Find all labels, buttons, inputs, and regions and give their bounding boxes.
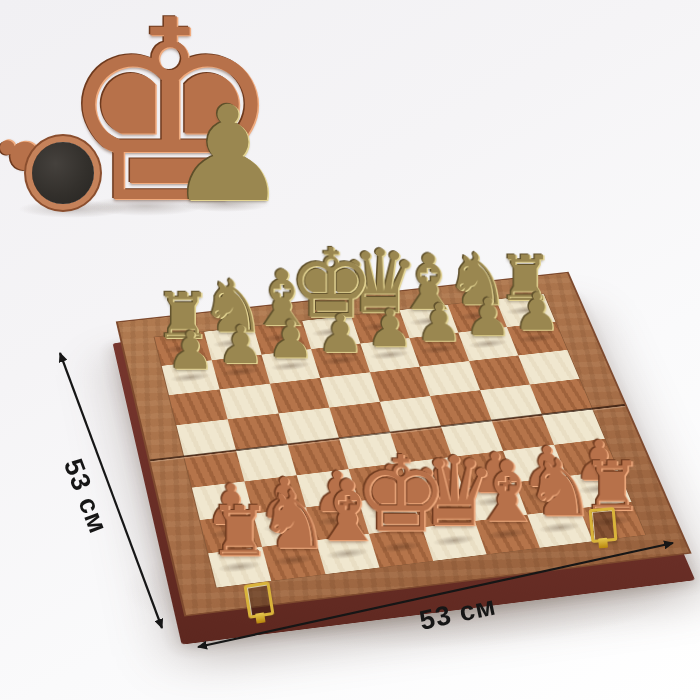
piece-brass-pawn: ♟ <box>465 292 512 344</box>
product-photo: ♟ ♚ ♟ ♜♞♝♚♛♝♞♜♟♟♟♟♟♟♟♟♟♟♟♟♟♟♟♟♜♞♝♚♛♝♞♜ 5… <box>0 0 700 700</box>
piece-brass-pawn: ♟ <box>167 325 214 378</box>
piece-brass-pawn: ♟ <box>514 287 561 339</box>
folding-chess-board: ♜♞♝♚♛♝♞♜♟♟♟♟♟♟♟♟♟♟♟♟♟♟♟♟♜♞♝♚♛♝♞♜ <box>116 272 692 617</box>
gold-latch-icon <box>244 581 275 619</box>
piece-brass-pawn: ♟ <box>416 297 463 349</box>
piece-brass-pawn: ♟ <box>317 308 364 360</box>
piece-brass-pawn: ♟ <box>366 303 413 355</box>
loose-pieces-group: ♟ ♚ ♟ <box>0 0 320 240</box>
piece-copper-rook: ♜ <box>208 497 270 567</box>
piece-brass-pawn: ♟ <box>217 319 264 372</box>
gold-latch-icon <box>589 507 618 543</box>
loose-brass-pawn: ♟ <box>168 88 288 220</box>
pieces-layer: ♜♞♝♚♛♝♞♜♟♟♟♟♟♟♟♟♟♟♟♟♟♟♟♟♜♞♝♚♛♝♞♜ <box>155 294 646 587</box>
piece-brass-pawn: ♟ <box>267 314 314 367</box>
